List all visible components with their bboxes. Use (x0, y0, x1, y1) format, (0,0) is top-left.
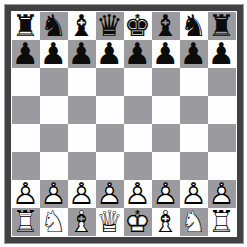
piece-black-pawn[interactable]: ♟ (96, 40, 124, 68)
white-bishop-outline: ♗ (152, 208, 180, 236)
piece-white-bishop[interactable]: ♝♗ (152, 208, 180, 236)
white-king-outline: ♔ (124, 208, 152, 236)
square-e7[interactable]: ♟ (124, 40, 152, 68)
square-a7[interactable]: ♟ (12, 40, 40, 68)
square-b5[interactable] (40, 96, 68, 124)
square-g4[interactable] (180, 124, 208, 152)
piece-white-knight[interactable]: ♞♘ (180, 208, 208, 236)
square-h4[interactable] (208, 124, 236, 152)
square-g1[interactable]: ♞♘ (180, 208, 208, 236)
black-pawn-glyph: ♟ (68, 40, 96, 68)
square-h5[interactable] (208, 96, 236, 124)
square-b1[interactable]: ♞♘ (40, 208, 68, 236)
square-a5[interactable] (12, 96, 40, 124)
white-knight-outline: ♘ (40, 208, 68, 236)
square-a6[interactable] (12, 68, 40, 96)
square-b7[interactable]: ♟ (40, 40, 68, 68)
square-c1[interactable]: ♝♗ (68, 208, 96, 236)
piece-white-bishop[interactable]: ♝♗ (68, 208, 96, 236)
square-e4[interactable] (124, 124, 152, 152)
square-c5[interactable] (68, 96, 96, 124)
piece-white-rook[interactable]: ♜♖ (208, 208, 236, 236)
square-d6[interactable] (96, 68, 124, 96)
square-d7[interactable]: ♟ (96, 40, 124, 68)
chess-diagram: ♜♞♝♛♚♝♞♜♟♟♟♟♟♟♟♟♟♙♟♙♟♙♟♙♟♙♟♙♟♙♟♙♜♖♞♘♝♗♛♕… (0, 0, 247, 247)
black-pawn-glyph: ♟ (208, 40, 236, 68)
white-rook-outline: ♖ (12, 208, 40, 236)
square-b4[interactable] (40, 124, 68, 152)
white-knight-outline: ♘ (180, 208, 208, 236)
square-e5[interactable] (124, 96, 152, 124)
black-pawn-glyph: ♟ (152, 40, 180, 68)
black-pawn-glyph: ♟ (180, 40, 208, 68)
square-c7[interactable]: ♟ (68, 40, 96, 68)
piece-black-pawn[interactable]: ♟ (12, 40, 40, 68)
black-pawn-glyph: ♟ (124, 40, 152, 68)
square-d1[interactable]: ♛♕ (96, 208, 124, 236)
white-queen-outline: ♕ (96, 208, 124, 236)
chess-board-frame: ♜♞♝♛♚♝♞♜♟♟♟♟♟♟♟♟♟♙♟♙♟♙♟♙♟♙♟♙♟♙♟♙♜♖♞♘♝♗♛♕… (5, 5, 243, 243)
square-c4[interactable] (68, 124, 96, 152)
square-h7[interactable]: ♟ (208, 40, 236, 68)
square-c6[interactable] (68, 68, 96, 96)
white-rook-outline: ♖ (208, 208, 236, 236)
piece-black-pawn[interactable]: ♟ (208, 40, 236, 68)
chess-board: ♜♞♝♛♚♝♞♜♟♟♟♟♟♟♟♟♟♙♟♙♟♙♟♙♟♙♟♙♟♙♟♙♜♖♞♘♝♗♛♕… (12, 12, 236, 236)
square-e1[interactable]: ♚♔ (124, 208, 152, 236)
square-h6[interactable] (208, 68, 236, 96)
black-pawn-glyph: ♟ (40, 40, 68, 68)
black-pawn-glyph: ♟ (12, 40, 40, 68)
piece-white-rook[interactable]: ♜♖ (12, 208, 40, 236)
square-d5[interactable] (96, 96, 124, 124)
square-e6[interactable] (124, 68, 152, 96)
square-a4[interactable] (12, 124, 40, 152)
piece-black-pawn[interactable]: ♟ (124, 40, 152, 68)
square-g7[interactable]: ♟ (180, 40, 208, 68)
piece-black-pawn[interactable]: ♟ (40, 40, 68, 68)
black-pawn-glyph: ♟ (96, 40, 124, 68)
white-bishop-outline: ♗ (68, 208, 96, 236)
square-a1[interactable]: ♜♖ (12, 208, 40, 236)
square-b6[interactable] (40, 68, 68, 96)
piece-black-pawn[interactable]: ♟ (68, 40, 96, 68)
piece-black-pawn[interactable]: ♟ (152, 40, 180, 68)
square-f7[interactable]: ♟ (152, 40, 180, 68)
piece-black-pawn[interactable]: ♟ (180, 40, 208, 68)
piece-white-knight[interactable]: ♞♘ (40, 208, 68, 236)
square-f1[interactable]: ♝♗ (152, 208, 180, 236)
square-f4[interactable] (152, 124, 180, 152)
square-g6[interactable] (180, 68, 208, 96)
square-f5[interactable] (152, 96, 180, 124)
square-g5[interactable] (180, 96, 208, 124)
piece-white-king[interactable]: ♚♔ (124, 208, 152, 236)
square-f6[interactable] (152, 68, 180, 96)
piece-white-queen[interactable]: ♛♕ (96, 208, 124, 236)
square-h1[interactable]: ♜♖ (208, 208, 236, 236)
square-d4[interactable] (96, 124, 124, 152)
